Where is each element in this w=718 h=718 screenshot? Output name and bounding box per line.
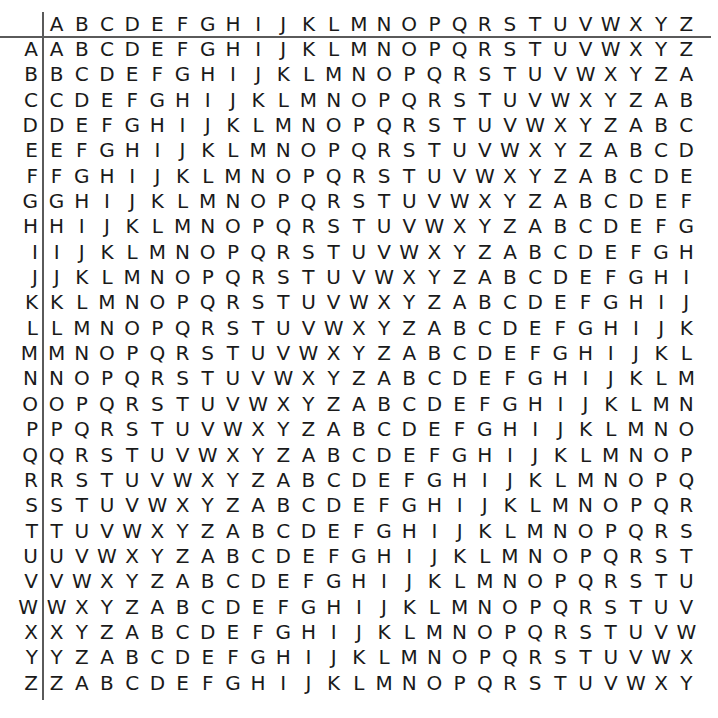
grid-cell: L	[397, 619, 422, 644]
column-header: K	[296, 11, 321, 36]
grid-cell: S	[623, 569, 648, 594]
grid-cell: N	[145, 264, 170, 289]
grid-cell: P	[472, 645, 497, 670]
grid-cell: E	[548, 290, 573, 315]
grid-cell: P	[271, 188, 296, 213]
grid-cell: T	[497, 62, 522, 87]
grid-cell: A	[598, 138, 623, 163]
grid-cell: V	[649, 619, 674, 644]
grid-cell: W	[623, 670, 648, 695]
grid-cell: C	[472, 315, 497, 340]
grid-cell: H	[447, 467, 472, 492]
grid-cell: R	[195, 315, 220, 340]
grid-cell: F	[523, 340, 548, 365]
grid-cell: Y	[674, 670, 699, 695]
grid-cell: H	[548, 366, 573, 391]
grid-cell: W	[120, 518, 145, 543]
grid-cell: V	[472, 138, 497, 163]
grid-cell: C	[548, 239, 573, 264]
grid-cell: W	[195, 442, 220, 467]
grid-cell: K	[120, 214, 145, 239]
grid-cell: B	[220, 543, 245, 568]
grid-cell: N	[497, 569, 522, 594]
grid-cell: D	[371, 442, 396, 467]
grid-cell: Z	[220, 493, 245, 518]
grid-cell: H	[195, 62, 220, 87]
grid-cell: F	[145, 62, 170, 87]
grid-cell: N	[674, 391, 699, 416]
grid-cell: L	[598, 417, 623, 442]
grid-cell: X	[674, 645, 699, 670]
grid-cell: U	[145, 442, 170, 467]
grid-cell: E	[497, 340, 522, 365]
grid-cell: R	[371, 138, 396, 163]
grid-cell: G	[296, 594, 321, 619]
grid-cell: P	[548, 569, 573, 594]
grid-cell: J	[246, 62, 271, 87]
grid-cell: A	[674, 62, 699, 87]
row-label: T	[0, 518, 44, 543]
grid-cell: R	[598, 569, 623, 594]
grid-cell: A	[422, 315, 447, 340]
grid-cell: F	[447, 417, 472, 442]
grid-cell: P	[422, 36, 447, 61]
grid-cell: D	[397, 417, 422, 442]
grid-cell: U	[271, 315, 296, 340]
grid-cell: K	[195, 138, 220, 163]
grid-cell: I	[573, 366, 598, 391]
column-header: M	[346, 11, 371, 36]
row-label: W	[0, 594, 44, 619]
grid-cell: O	[649, 442, 674, 467]
grid-cell: M	[472, 569, 497, 594]
grid-cell: P	[447, 670, 472, 695]
grid-cell: T	[573, 645, 598, 670]
grid-cell: V	[598, 670, 623, 695]
grid-cell: T	[674, 543, 699, 568]
grid-cell: L	[94, 264, 119, 289]
grid-cell: Q	[623, 518, 648, 543]
column-header: L	[321, 11, 346, 36]
column-header: U	[548, 11, 573, 36]
grid-cell: B	[397, 366, 422, 391]
grid-cell: Q	[346, 138, 371, 163]
corner-cell	[0, 11, 44, 36]
grid-cell: C	[220, 569, 245, 594]
grid-cell: E	[674, 163, 699, 188]
grid-cell: Y	[472, 214, 497, 239]
grid-cell: R	[69, 442, 94, 467]
grid-cell: G	[195, 36, 220, 61]
grid-cell: B	[246, 518, 271, 543]
grid-cell: Z	[246, 467, 271, 492]
row-label: X	[0, 619, 44, 644]
row-label: A	[0, 36, 44, 61]
grid-cell: Y	[69, 619, 94, 644]
grid-cell: G	[623, 264, 648, 289]
grid-cell: Q	[271, 214, 296, 239]
grid-cell: E	[120, 62, 145, 87]
grid-cell: Y	[220, 467, 245, 492]
row-label: C	[0, 87, 44, 112]
grid-cell: H	[69, 188, 94, 213]
grid-cell: H	[271, 645, 296, 670]
grid-cell: A	[649, 87, 674, 112]
grid-cell: T	[94, 467, 119, 492]
grid-cell: W	[371, 264, 396, 289]
grid-cell: V	[246, 366, 271, 391]
grid-cell: H	[523, 391, 548, 416]
grid-cell: V	[170, 442, 195, 467]
grid-cell: B	[472, 290, 497, 315]
grid-cell: C	[649, 138, 674, 163]
grid-cell: A	[472, 264, 497, 289]
grid-cell: E	[195, 645, 220, 670]
grid-cell: I	[346, 594, 371, 619]
grid-cell: J	[371, 594, 396, 619]
grid-cell: G	[271, 619, 296, 644]
grid-cell: Y	[422, 264, 447, 289]
grid-cell: M	[649, 391, 674, 416]
grid-cell: E	[271, 569, 296, 594]
grid-cell: W	[497, 138, 522, 163]
grid-cell: L	[371, 645, 396, 670]
grid-cell: V	[69, 543, 94, 568]
grid-cell: Q	[523, 619, 548, 644]
grid-cell: O	[346, 87, 371, 112]
column-header: G	[195, 11, 220, 36]
grid-cell: S	[145, 391, 170, 416]
grid-cell: K	[472, 518, 497, 543]
grid-cell: W	[145, 493, 170, 518]
grid-cell: O	[120, 315, 145, 340]
grid-cell: T	[44, 518, 69, 543]
grid-cell: K	[145, 188, 170, 213]
grid-cell: P	[397, 62, 422, 87]
grid-cell: X	[397, 264, 422, 289]
grid-cell: O	[472, 619, 497, 644]
grid-cell: Y	[296, 391, 321, 416]
grid-cell: U	[397, 188, 422, 213]
grid-cell: J	[195, 112, 220, 137]
grid-cell: A	[69, 670, 94, 695]
column-header: J	[271, 11, 296, 36]
grid-cell: F	[44, 163, 69, 188]
grid-cell: Y	[170, 518, 195, 543]
column-header: V	[573, 11, 598, 36]
grid-cell: K	[548, 442, 573, 467]
grid-cell: Y	[246, 442, 271, 467]
grid-cell: Y	[447, 239, 472, 264]
grid-cell: O	[623, 467, 648, 492]
grid-cell: V	[271, 340, 296, 365]
grid-cell: N	[220, 188, 245, 213]
grid-cell: D	[422, 391, 447, 416]
grid-cell: Q	[220, 264, 245, 289]
grid-cell: U	[472, 112, 497, 137]
grid-cell: Q	[649, 493, 674, 518]
grid-cell: N	[44, 366, 69, 391]
grid-cell: F	[220, 645, 245, 670]
grid-cell: E	[346, 493, 371, 518]
grid-cell: Z	[120, 594, 145, 619]
grid-cell: P	[296, 163, 321, 188]
row-label: F	[0, 163, 44, 188]
grid-cell: P	[145, 315, 170, 340]
grid-cell: Z	[69, 645, 94, 670]
grid-cell: E	[296, 543, 321, 568]
grid-cell: H	[170, 87, 195, 112]
grid-cell: C	[346, 442, 371, 467]
column-header: E	[145, 11, 170, 36]
grid-cell: N	[397, 670, 422, 695]
grid-cell: W	[523, 112, 548, 137]
grid-cell: S	[296, 239, 321, 264]
grid-cell: R	[447, 62, 472, 87]
row-label: N	[0, 366, 44, 391]
grid-cell: Z	[472, 239, 497, 264]
grid-cell: B	[44, 62, 69, 87]
grid-cell: X	[195, 467, 220, 492]
grid-cell: L	[44, 315, 69, 340]
grid-cell: O	[674, 417, 699, 442]
grid-cell: Z	[674, 36, 699, 61]
column-header: N	[371, 11, 396, 36]
grid-cell: L	[573, 442, 598, 467]
grid-cell: M	[170, 214, 195, 239]
grid-cell: H	[145, 112, 170, 137]
row-label: Q	[0, 442, 44, 467]
grid-cell: E	[246, 594, 271, 619]
grid-cell: P	[246, 214, 271, 239]
grid-cell: H	[422, 493, 447, 518]
grid-cell: A	[371, 366, 396, 391]
grid-cell: J	[472, 493, 497, 518]
grid-cell: H	[623, 290, 648, 315]
grid-cell: V	[220, 391, 245, 416]
column-header: T	[523, 11, 548, 36]
grid-cell: Q	[674, 467, 699, 492]
grid-cell: N	[321, 87, 346, 112]
grid-cell: J	[573, 391, 598, 416]
grid-cell: V	[422, 188, 447, 213]
grid-cell: E	[170, 670, 195, 695]
grid-cell: Z	[422, 290, 447, 315]
grid-cell: F	[94, 112, 119, 137]
grid-cell: V	[447, 163, 472, 188]
grid-cell: Z	[573, 138, 598, 163]
grid-cell: L	[170, 188, 195, 213]
grid-cell: W	[397, 239, 422, 264]
grid-cell: K	[649, 340, 674, 365]
grid-cell: L	[422, 594, 447, 619]
grid-cell: M	[548, 493, 573, 518]
grid-cell: M	[623, 417, 648, 442]
grid-cell: Y	[548, 138, 573, 163]
grid-cell: U	[170, 417, 195, 442]
grid-cell: I	[220, 62, 245, 87]
grid-cell: R	[573, 594, 598, 619]
grid-cell: C	[120, 670, 145, 695]
grid-cell: R	[44, 467, 69, 492]
grid-cell: Y	[523, 163, 548, 188]
grid-cell: T	[447, 112, 472, 137]
grid-cell: F	[573, 290, 598, 315]
grid-cell: I	[94, 188, 119, 213]
grid-cell: P	[674, 442, 699, 467]
grid-cell: L	[271, 87, 296, 112]
grid-cell: B	[271, 493, 296, 518]
grid-cell: S	[195, 340, 220, 365]
grid-cell: U	[94, 493, 119, 518]
grid-cell: N	[472, 594, 497, 619]
grid-cell: S	[170, 366, 195, 391]
grid-cell: T	[472, 87, 497, 112]
grid-cell: E	[447, 391, 472, 416]
grid-cell: X	[497, 163, 522, 188]
grid-cell: V	[145, 467, 170, 492]
grid-cell: I	[497, 442, 522, 467]
grid-cell: C	[422, 366, 447, 391]
grid-cell: C	[497, 290, 522, 315]
grid-cell: M	[598, 442, 623, 467]
grid-cell: S	[246, 290, 271, 315]
grid-cell: J	[296, 670, 321, 695]
grid-cell: I	[246, 36, 271, 61]
grid-cell: U	[623, 619, 648, 644]
grid-cell: S	[548, 645, 573, 670]
grid-cell: X	[371, 290, 396, 315]
grid-cell: N	[523, 543, 548, 568]
grid-cell: U	[371, 214, 396, 239]
grid-cell: F	[623, 239, 648, 264]
grid-cell: I	[296, 645, 321, 670]
column-header: S	[497, 11, 522, 36]
grid-cell: O	[598, 493, 623, 518]
grid-cell: Z	[195, 518, 220, 543]
grid-cell: Q	[371, 112, 396, 137]
grid-cell: G	[573, 315, 598, 340]
grid-cell: I	[120, 163, 145, 188]
grid-cell: K	[69, 264, 94, 289]
grid-cell: U	[497, 87, 522, 112]
grid-cell: G	[497, 391, 522, 416]
grid-cell: I	[397, 543, 422, 568]
grid-cell: J	[346, 619, 371, 644]
grid-cell: N	[422, 645, 447, 670]
row-label: H	[0, 214, 44, 239]
grid-cell: C	[447, 340, 472, 365]
grid-cell: L	[674, 340, 699, 365]
grid-cell: U	[321, 264, 346, 289]
grid-cell: D	[246, 569, 271, 594]
grid-cell: F	[397, 467, 422, 492]
grid-cell: W	[674, 619, 699, 644]
row-label: I	[0, 239, 44, 264]
grid-cell: I	[422, 518, 447, 543]
grid-cell: J	[94, 214, 119, 239]
grid-cell: T	[623, 594, 648, 619]
grid-cell: Q	[397, 87, 422, 112]
grid-cell: E	[472, 366, 497, 391]
grid-cell: H	[321, 594, 346, 619]
column-header: Y	[649, 11, 674, 36]
grid-cell: W	[69, 569, 94, 594]
grid-cell: B	[94, 670, 119, 695]
grid-cell: F	[271, 594, 296, 619]
grid-cell: W	[271, 366, 296, 391]
grid-cell: M	[220, 163, 245, 188]
grid-cell: E	[523, 315, 548, 340]
grid-cell: A	[523, 214, 548, 239]
grid-cell: F	[598, 264, 623, 289]
grid-cell: B	[371, 391, 396, 416]
grid-cell: I	[371, 569, 396, 594]
grid-cell: X	[321, 340, 346, 365]
grid-cell: N	[120, 290, 145, 315]
grid-cell: R	[523, 645, 548, 670]
grid-cell: X	[573, 87, 598, 112]
grid-cell: G	[422, 467, 447, 492]
grid-cell: R	[120, 391, 145, 416]
grid-cell: C	[523, 264, 548, 289]
grid-cell: B	[321, 442, 346, 467]
grid-cell: K	[220, 112, 245, 137]
grid-cell: I	[447, 493, 472, 518]
grid-cell: B	[447, 315, 472, 340]
grid-cell: X	[271, 391, 296, 416]
grid-cell: L	[321, 36, 346, 61]
grid-cell: E	[649, 188, 674, 213]
grid-cell: C	[321, 467, 346, 492]
grid-cell: E	[397, 442, 422, 467]
grid-cell: J	[271, 36, 296, 61]
grid-cell: B	[548, 214, 573, 239]
grid-cell: I	[271, 670, 296, 695]
grid-cell: S	[271, 264, 296, 289]
grid-cell: M	[422, 619, 447, 644]
grid-cell: K	[623, 366, 648, 391]
row-label: P	[0, 417, 44, 442]
grid-cell: A	[246, 493, 271, 518]
grid-cell: G	[321, 569, 346, 594]
grid-cell: O	[422, 670, 447, 695]
grid-cell: J	[44, 264, 69, 289]
grid-cell: U	[674, 569, 699, 594]
grid-cell: H	[246, 670, 271, 695]
grid-cell: M	[296, 87, 321, 112]
grid-cell: O	[195, 239, 220, 264]
grid-cell: K	[447, 543, 472, 568]
grid-cell: I	[321, 619, 346, 644]
grid-cell: R	[497, 670, 522, 695]
grid-cell: J	[397, 569, 422, 594]
grid-cell: F	[497, 366, 522, 391]
grid-cell: F	[195, 670, 220, 695]
grid-cell: C	[271, 518, 296, 543]
grid-cell: L	[497, 518, 522, 543]
grid-cell: E	[94, 87, 119, 112]
grid-cell: E	[371, 467, 396, 492]
grid-cell: C	[195, 594, 220, 619]
grid-cell: D	[296, 518, 321, 543]
grid-cell: Y	[397, 290, 422, 315]
grid-cell: T	[246, 315, 271, 340]
grid-cell: C	[674, 112, 699, 137]
grid-cell: V	[623, 645, 648, 670]
grid-cell: D	[523, 290, 548, 315]
grid-cell: L	[472, 543, 497, 568]
